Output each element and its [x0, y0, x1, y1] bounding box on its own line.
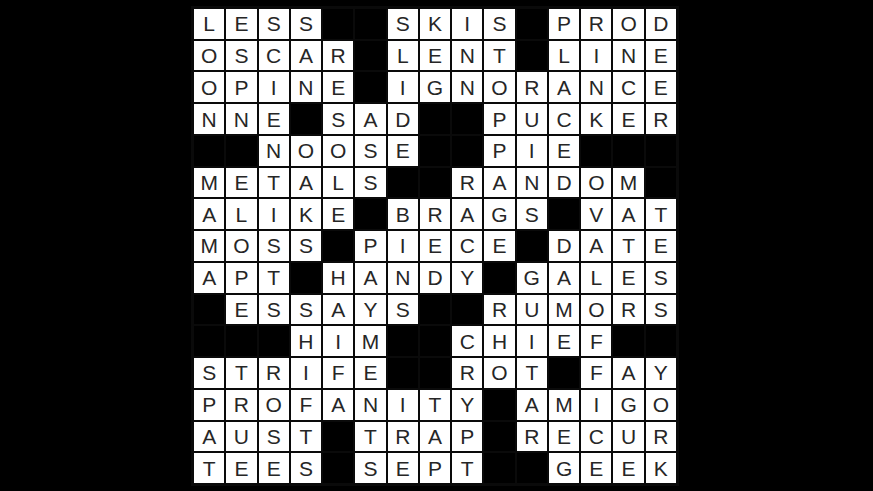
letter-cell: R: [452, 358, 482, 388]
black-cell: [420, 136, 450, 166]
letter-cell: V: [581, 199, 611, 229]
letter-cell: A: [549, 263, 579, 293]
black-cell: [549, 199, 579, 229]
letter-cell: C: [549, 104, 579, 134]
letter-cell: A: [613, 199, 643, 229]
letter-cell: H: [323, 263, 353, 293]
letter-cell: P: [420, 453, 450, 483]
letter-cell: M: [549, 390, 579, 420]
letter-cell: N: [452, 72, 482, 102]
letter-cell: P: [549, 9, 579, 39]
letter-cell: R: [484, 295, 514, 325]
letter-cell: R: [323, 41, 353, 71]
letter-cell: M: [613, 168, 643, 198]
letter-cell: R: [613, 295, 643, 325]
letter-cell: S: [259, 231, 289, 261]
letter-cell: E: [420, 41, 450, 71]
letter-cell: U: [226, 422, 256, 452]
letter-cell: S: [388, 9, 418, 39]
letter-cell: T: [226, 358, 256, 388]
letter-cell: E: [355, 358, 385, 388]
black-cell: [613, 326, 643, 356]
page-background: LESSSKISPRODOSCARLENTLINEOPINEIGNORANCEN…: [0, 0, 873, 491]
letter-cell: E: [420, 231, 450, 261]
letter-cell: O: [646, 390, 676, 420]
letter-cell: R: [259, 358, 289, 388]
letter-cell: F: [323, 358, 353, 388]
letter-cell: A: [323, 295, 353, 325]
letter-cell: T: [259, 168, 289, 198]
letter-cell: E: [484, 231, 514, 261]
letter-cell: R: [581, 9, 611, 39]
letter-cell: I: [517, 326, 547, 356]
black-cell: [323, 422, 353, 452]
black-cell: [194, 295, 224, 325]
letter-cell: O: [194, 41, 224, 71]
letter-cell: M: [194, 168, 224, 198]
letter-cell: O: [259, 390, 289, 420]
letter-cell: E: [613, 453, 643, 483]
black-cell: [452, 104, 482, 134]
letter-cell: E: [259, 453, 289, 483]
letter-cell: N: [581, 72, 611, 102]
letter-cell: S: [291, 453, 321, 483]
letter-cell: A: [323, 390, 353, 420]
letter-cell: P: [226, 72, 256, 102]
letter-cell: G: [549, 453, 579, 483]
letter-cell: U: [517, 295, 547, 325]
letter-cell: E: [226, 9, 256, 39]
letter-cell: P: [226, 263, 256, 293]
letter-cell: A: [355, 263, 385, 293]
letter-cell: N: [452, 41, 482, 71]
black-cell: [226, 136, 256, 166]
black-cell: [452, 295, 482, 325]
letter-cell: D: [388, 104, 418, 134]
letter-cell: E: [226, 453, 256, 483]
letter-cell: T: [355, 422, 385, 452]
letter-cell: E: [549, 326, 579, 356]
black-cell: [420, 358, 450, 388]
black-cell: [388, 326, 418, 356]
letter-cell: S: [355, 136, 385, 166]
letter-cell: O: [581, 295, 611, 325]
letter-cell: C: [259, 41, 289, 71]
letter-cell: I: [323, 326, 353, 356]
letter-cell: S: [291, 295, 321, 325]
letter-cell: O: [613, 9, 643, 39]
letter-cell: S: [259, 422, 289, 452]
letter-cell: I: [291, 358, 321, 388]
letter-cell: C: [452, 326, 482, 356]
letter-cell: Y: [452, 390, 482, 420]
letter-cell: M: [194, 231, 224, 261]
letter-cell: I: [452, 9, 482, 39]
letter-cell: A: [194, 199, 224, 229]
black-cell: [323, 453, 353, 483]
letter-cell: O: [226, 231, 256, 261]
letter-cell: S: [194, 358, 224, 388]
letter-cell: D: [549, 168, 579, 198]
black-cell: [517, 9, 547, 39]
black-cell: [484, 263, 514, 293]
letter-cell: S: [484, 9, 514, 39]
black-cell: [549, 358, 579, 388]
letter-cell: U: [517, 104, 547, 134]
black-cell: [323, 9, 353, 39]
letter-cell: E: [613, 263, 643, 293]
black-cell: [355, 72, 385, 102]
letter-cell: O: [323, 136, 353, 166]
black-cell: [517, 231, 547, 261]
letter-cell: T: [420, 390, 450, 420]
letter-cell: L: [581, 263, 611, 293]
letter-cell: Y: [355, 295, 385, 325]
letter-cell: M: [355, 326, 385, 356]
black-cell: [484, 422, 514, 452]
letter-cell: I: [259, 199, 289, 229]
black-cell: [355, 9, 385, 39]
letter-cell: A: [420, 422, 450, 452]
letter-cell: R: [420, 199, 450, 229]
letter-cell: R: [388, 422, 418, 452]
black-cell: [420, 104, 450, 134]
letter-cell: S: [355, 168, 385, 198]
letter-cell: S: [646, 263, 676, 293]
letter-cell: A: [452, 199, 482, 229]
letter-cell: G: [613, 390, 643, 420]
letter-cell: I: [259, 72, 289, 102]
letter-cell: E: [646, 231, 676, 261]
letter-cell: I: [581, 390, 611, 420]
letter-cell: E: [646, 72, 676, 102]
letter-cell: F: [581, 358, 611, 388]
letter-cell: I: [517, 136, 547, 166]
letter-cell: L: [388, 41, 418, 71]
black-cell: [613, 136, 643, 166]
letter-cell: O: [484, 72, 514, 102]
letter-cell: Y: [452, 263, 482, 293]
letter-cell: T: [517, 358, 547, 388]
letter-cell: O: [581, 168, 611, 198]
letter-cell: E: [323, 199, 353, 229]
letter-cell: G: [517, 263, 547, 293]
letter-cell: I: [388, 72, 418, 102]
letter-cell: K: [581, 104, 611, 134]
letter-cell: M: [549, 295, 579, 325]
letter-cell: E: [226, 295, 256, 325]
letter-cell: R: [646, 104, 676, 134]
letter-cell: K: [646, 453, 676, 483]
letter-cell: R: [646, 422, 676, 452]
letter-cell: P: [194, 390, 224, 420]
black-cell: [646, 326, 676, 356]
letter-cell: G: [420, 72, 450, 102]
letter-cell: K: [291, 199, 321, 229]
black-cell: [291, 263, 321, 293]
black-cell: [388, 358, 418, 388]
letter-cell: E: [323, 72, 353, 102]
letter-cell: R: [517, 422, 547, 452]
black-cell: [581, 136, 611, 166]
letter-cell: N: [388, 263, 418, 293]
black-cell: [452, 136, 482, 166]
black-cell: [420, 295, 450, 325]
black-cell: [420, 326, 450, 356]
letter-cell: A: [484, 168, 514, 198]
letter-cell: A: [355, 104, 385, 134]
letter-cell: E: [549, 136, 579, 166]
letter-cell: D: [420, 263, 450, 293]
letter-cell: R: [452, 168, 482, 198]
letter-cell: E: [259, 104, 289, 134]
letter-cell: T: [291, 422, 321, 452]
black-cell: [517, 453, 547, 483]
letter-cell: S: [323, 104, 353, 134]
letter-cell: E: [388, 136, 418, 166]
letter-cell: A: [194, 263, 224, 293]
letter-cell: B: [388, 199, 418, 229]
letter-cell: S: [226, 41, 256, 71]
letter-cell: L: [549, 41, 579, 71]
letter-cell: L: [226, 199, 256, 229]
letter-cell: O: [291, 136, 321, 166]
letter-cell: C: [452, 231, 482, 261]
letter-cell: D: [646, 9, 676, 39]
letter-cell: F: [291, 390, 321, 420]
letter-cell: R: [517, 72, 547, 102]
letter-cell: I: [581, 41, 611, 71]
letter-cell: E: [646, 41, 676, 71]
letter-cell: S: [291, 9, 321, 39]
letter-cell: P: [484, 104, 514, 134]
letter-cell: D: [549, 231, 579, 261]
letter-cell: P: [484, 136, 514, 166]
letter-cell: T: [484, 41, 514, 71]
letter-cell: I: [388, 390, 418, 420]
black-cell: [323, 231, 353, 261]
letter-cell: E: [549, 422, 579, 452]
black-cell: [646, 168, 676, 198]
letter-cell: G: [484, 199, 514, 229]
letter-cell: P: [452, 422, 482, 452]
letter-cell: A: [291, 168, 321, 198]
letter-cell: T: [613, 231, 643, 261]
black-cell: [646, 136, 676, 166]
black-cell: [484, 453, 514, 483]
black-cell: [420, 168, 450, 198]
letter-cell: N: [291, 72, 321, 102]
black-cell: [355, 41, 385, 71]
letter-cell: S: [291, 231, 321, 261]
black-cell: [226, 326, 256, 356]
letter-cell: N: [517, 168, 547, 198]
letter-cell: K: [420, 9, 450, 39]
black-cell: [388, 168, 418, 198]
letter-cell: P: [355, 231, 385, 261]
black-cell: [484, 390, 514, 420]
letter-cell: S: [355, 453, 385, 483]
letter-cell: S: [388, 295, 418, 325]
letter-cell: E: [581, 453, 611, 483]
letter-cell: T: [452, 453, 482, 483]
letter-cell: A: [613, 358, 643, 388]
crossword-board: LESSSKISPRODOSCARLENTLINEOPINEIGNORANCEN…: [191, 6, 679, 486]
letter-cell: A: [549, 72, 579, 102]
letter-cell: S: [646, 295, 676, 325]
letter-cell: C: [581, 422, 611, 452]
letter-cell: C: [613, 72, 643, 102]
letter-cell: T: [259, 263, 289, 293]
letter-cell: N: [194, 104, 224, 134]
letter-cell: Y: [646, 358, 676, 388]
black-cell: [517, 41, 547, 71]
letter-cell: E: [226, 168, 256, 198]
letter-cell: E: [613, 104, 643, 134]
letter-cell: O: [484, 358, 514, 388]
letter-cell: H: [484, 326, 514, 356]
letter-cell: R: [226, 390, 256, 420]
letter-cell: F: [581, 326, 611, 356]
letter-cell: A: [581, 231, 611, 261]
letter-cell: A: [194, 422, 224, 452]
letter-cell: L: [194, 9, 224, 39]
black-cell: [259, 326, 289, 356]
letter-cell: N: [613, 41, 643, 71]
letter-cell: T: [194, 453, 224, 483]
letter-cell: T: [646, 199, 676, 229]
letter-cell: O: [194, 72, 224, 102]
letter-cell: S: [517, 199, 547, 229]
letter-cell: H: [291, 326, 321, 356]
letter-cell: N: [355, 390, 385, 420]
black-cell: [355, 199, 385, 229]
black-cell: [194, 326, 224, 356]
letter-cell: A: [517, 390, 547, 420]
letter-cell: I: [388, 231, 418, 261]
letter-cell: A: [291, 41, 321, 71]
letter-cell: N: [259, 136, 289, 166]
letter-cell: L: [323, 168, 353, 198]
letter-cell: S: [259, 295, 289, 325]
letter-cell: N: [226, 104, 256, 134]
black-cell: [194, 136, 224, 166]
letter-cell: S: [259, 9, 289, 39]
letter-cell: E: [388, 453, 418, 483]
letter-cell: U: [613, 422, 643, 452]
black-cell: [291, 104, 321, 134]
